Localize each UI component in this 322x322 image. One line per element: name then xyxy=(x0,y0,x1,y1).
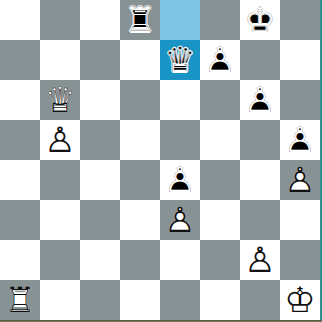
square-e6[interactable] xyxy=(160,80,200,120)
square-c1[interactable] xyxy=(80,280,120,320)
square-h8[interactable] xyxy=(280,0,320,40)
piece-white-pawn[interactable]: ♟♙ xyxy=(280,160,320,200)
square-e2[interactable] xyxy=(160,240,200,280)
white-king-icon: ♚ xyxy=(280,280,320,320)
piece-white-pawn[interactable]: ♟♙ xyxy=(240,240,280,280)
white-pawn-icon: ♟ xyxy=(160,200,200,240)
square-d5[interactable] xyxy=(120,120,160,160)
piece-white-queen[interactable]: ♛♕ xyxy=(40,80,80,120)
piece-black-queen[interactable]: ♛♕ xyxy=(160,40,200,80)
square-h4[interactable]: ♟♙ xyxy=(280,160,320,200)
white-queen-icon: ♛ xyxy=(40,80,80,120)
square-d8[interactable]: ♜♖ xyxy=(120,0,160,40)
square-c7[interactable] xyxy=(80,40,120,80)
square-b7[interactable] xyxy=(40,40,80,80)
black-pawn-outline-icon: ♙ xyxy=(280,120,320,160)
square-e7[interactable]: ♛♕ xyxy=(160,40,200,80)
white-queen-outline-icon: ♕ xyxy=(40,80,80,120)
square-g4[interactable] xyxy=(240,160,280,200)
square-c4[interactable] xyxy=(80,160,120,200)
square-c5[interactable] xyxy=(80,120,120,160)
square-h1[interactable]: ♚♔ xyxy=(280,280,320,320)
square-a7[interactable] xyxy=(0,40,40,80)
black-pawn-outline-icon: ♙ xyxy=(160,160,200,200)
square-d7[interactable] xyxy=(120,40,160,80)
square-f5[interactable] xyxy=(200,120,240,160)
square-b1[interactable] xyxy=(40,280,80,320)
square-h7[interactable] xyxy=(280,40,320,80)
square-g6[interactable]: ♟♙ xyxy=(240,80,280,120)
black-pawn-icon: ♟ xyxy=(160,160,200,200)
square-d4[interactable] xyxy=(120,160,160,200)
square-h5[interactable]: ♟♙ xyxy=(280,120,320,160)
piece-white-pawn[interactable]: ♟♙ xyxy=(40,120,80,160)
black-pawn-icon: ♟ xyxy=(280,120,320,160)
black-pawn-icon: ♟ xyxy=(200,40,240,80)
white-pawn-icon: ♟ xyxy=(280,160,320,200)
square-a3[interactable] xyxy=(0,200,40,240)
square-a4[interactable] xyxy=(0,160,40,200)
square-g5[interactable] xyxy=(240,120,280,160)
piece-white-pawn[interactable]: ♟♙ xyxy=(160,200,200,240)
black-rook-outline-icon: ♖ xyxy=(120,0,160,40)
piece-black-pawn[interactable]: ♟♙ xyxy=(280,120,320,160)
square-b4[interactable] xyxy=(40,160,80,200)
piece-white-rook[interactable]: ♜♖ xyxy=(0,280,40,320)
square-f3[interactable] xyxy=(200,200,240,240)
black-pawn-outline-icon: ♙ xyxy=(240,80,280,120)
square-c8[interactable] xyxy=(80,0,120,40)
chess-board-screenshot: ♜♖♚♔♛♕♟♙♛♕♟♙♟♙♟♙♟♙♟♙♟♙♟♙♜♖♚♔ xyxy=(0,0,322,322)
square-c3[interactable] xyxy=(80,200,120,240)
white-pawn-icon: ♟ xyxy=(240,240,280,280)
square-g8[interactable]: ♚♔ xyxy=(240,0,280,40)
piece-black-king[interactable]: ♚♔ xyxy=(240,0,280,40)
square-a6[interactable] xyxy=(0,80,40,120)
square-g7[interactable] xyxy=(240,40,280,80)
square-e1[interactable] xyxy=(160,280,200,320)
square-b5[interactable]: ♟♙ xyxy=(40,120,80,160)
square-h2[interactable] xyxy=(280,240,320,280)
white-rook-outline-icon: ♖ xyxy=(0,280,40,320)
square-e5[interactable] xyxy=(160,120,200,160)
square-e4[interactable]: ♟♙ xyxy=(160,160,200,200)
white-pawn-outline-icon: ♙ xyxy=(40,120,80,160)
piece-white-king[interactable]: ♚♔ xyxy=(280,280,320,320)
white-pawn-icon: ♟ xyxy=(40,120,80,160)
square-f1[interactable] xyxy=(200,280,240,320)
square-d3[interactable] xyxy=(120,200,160,240)
square-d6[interactable] xyxy=(120,80,160,120)
square-e8[interactable] xyxy=(160,0,200,40)
black-king-outline-icon: ♔ xyxy=(240,0,280,40)
white-pawn-outline-icon: ♙ xyxy=(240,240,280,280)
square-c2[interactable] xyxy=(80,240,120,280)
black-king-icon: ♚ xyxy=(240,0,280,40)
white-pawn-outline-icon: ♙ xyxy=(160,200,200,240)
board: ♜♖♚♔♛♕♟♙♛♕♟♙♟♙♟♙♟♙♟♙♟♙♟♙♜♖♚♔ xyxy=(0,0,320,320)
square-c6[interactable] xyxy=(80,80,120,120)
square-a1[interactable]: ♜♖ xyxy=(0,280,40,320)
square-e3[interactable]: ♟♙ xyxy=(160,200,200,240)
square-a2[interactable] xyxy=(0,240,40,280)
square-g2[interactable]: ♟♙ xyxy=(240,240,280,280)
square-d2[interactable] xyxy=(120,240,160,280)
square-f8[interactable] xyxy=(200,0,240,40)
square-d1[interactable] xyxy=(120,280,160,320)
square-a5[interactable] xyxy=(0,120,40,160)
square-b6[interactable]: ♛♕ xyxy=(40,80,80,120)
square-g3[interactable] xyxy=(240,200,280,240)
square-b8[interactable] xyxy=(40,0,80,40)
square-a8[interactable] xyxy=(0,0,40,40)
black-rook-icon: ♜ xyxy=(120,0,160,40)
square-f2[interactable] xyxy=(200,240,240,280)
black-pawn-outline-icon: ♙ xyxy=(200,40,240,80)
square-b3[interactable] xyxy=(40,200,80,240)
square-b2[interactable] xyxy=(40,240,80,280)
black-queen-outline-icon: ♕ xyxy=(160,40,200,80)
square-f7[interactable]: ♟♙ xyxy=(200,40,240,80)
square-g1[interactable] xyxy=(240,280,280,320)
square-h3[interactable] xyxy=(280,200,320,240)
square-f4[interactable] xyxy=(200,160,240,200)
square-f6[interactable] xyxy=(200,80,240,120)
black-queen-icon: ♛ xyxy=(160,40,200,80)
piece-black-rook[interactable]: ♜♖ xyxy=(120,0,160,40)
piece-black-pawn[interactable]: ♟♙ xyxy=(200,40,240,80)
piece-black-pawn[interactable]: ♟♙ xyxy=(240,80,280,120)
square-h6[interactable] xyxy=(280,80,320,120)
piece-black-pawn[interactable]: ♟♙ xyxy=(160,160,200,200)
white-pawn-outline-icon: ♙ xyxy=(280,160,320,200)
white-rook-icon: ♜ xyxy=(0,280,40,320)
black-pawn-icon: ♟ xyxy=(240,80,280,120)
white-king-outline-icon: ♔ xyxy=(280,280,320,320)
